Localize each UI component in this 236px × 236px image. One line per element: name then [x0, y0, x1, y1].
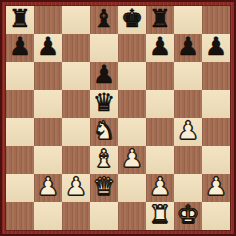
- square-b4[interactable]: [34, 118, 62, 146]
- black-pawn-icon: ♟: [149, 34, 171, 61]
- square-a2[interactable]: [6, 174, 34, 202]
- square-g1[interactable]: ♚: [174, 202, 202, 230]
- square-f6[interactable]: [146, 62, 174, 90]
- square-e7[interactable]: [118, 34, 146, 62]
- square-d7[interactable]: [90, 34, 118, 62]
- square-d1[interactable]: [90, 202, 118, 230]
- square-g3[interactable]: [174, 146, 202, 174]
- board-frame: ♜♝♚♜♟♟♟♟♟♟♛♞♟♝♟♟♟♛♟♟♜♚: [0, 0, 236, 236]
- square-h6[interactable]: [202, 62, 230, 90]
- square-b5[interactable]: [34, 90, 62, 118]
- square-d5[interactable]: ♛: [90, 90, 118, 118]
- black-king-icon: ♚: [121, 6, 143, 33]
- white-king-icon: ♚: [177, 202, 199, 229]
- square-f3[interactable]: [146, 146, 174, 174]
- white-pawn-icon: ♟: [149, 174, 171, 201]
- square-c7[interactable]: [62, 34, 90, 62]
- square-d8[interactable]: ♝: [90, 6, 118, 34]
- black-pawn-icon: ♟: [9, 34, 31, 61]
- white-knight-icon: ♞: [93, 118, 115, 145]
- square-h4[interactable]: [202, 118, 230, 146]
- square-h5[interactable]: [202, 90, 230, 118]
- square-f2[interactable]: ♟: [146, 174, 174, 202]
- square-f5[interactable]: [146, 90, 174, 118]
- square-g6[interactable]: [174, 62, 202, 90]
- white-pawn-icon: ♟: [177, 118, 199, 145]
- chess-board: ♜♝♚♜♟♟♟♟♟♟♛♞♟♝♟♟♟♛♟♟♜♚: [6, 6, 230, 230]
- white-pawn-icon: ♟: [205, 174, 227, 201]
- square-a3[interactable]: [6, 146, 34, 174]
- white-pawn-icon: ♟: [65, 174, 87, 201]
- square-a8[interactable]: ♜: [6, 6, 34, 34]
- square-h8[interactable]: [202, 6, 230, 34]
- square-d3[interactable]: ♝: [90, 146, 118, 174]
- black-bishop-icon: ♝: [93, 6, 115, 33]
- black-pawn-icon: ♟: [37, 34, 59, 61]
- black-pawn-icon: ♟: [93, 62, 115, 89]
- square-f8[interactable]: ♜: [146, 6, 174, 34]
- white-pawn-icon: ♟: [37, 174, 59, 201]
- square-a7[interactable]: ♟: [6, 34, 34, 62]
- white-queen-icon: ♛: [93, 174, 115, 201]
- square-f4[interactable]: [146, 118, 174, 146]
- square-h1[interactable]: [202, 202, 230, 230]
- square-g8[interactable]: [174, 6, 202, 34]
- square-b3[interactable]: [34, 146, 62, 174]
- square-h7[interactable]: ♟: [202, 34, 230, 62]
- white-rook-icon: ♜: [149, 202, 171, 229]
- black-rook-icon: ♜: [149, 6, 171, 33]
- square-h2[interactable]: ♟: [202, 174, 230, 202]
- square-b6[interactable]: [34, 62, 62, 90]
- white-bishop-icon: ♝: [93, 146, 115, 173]
- square-g5[interactable]: [174, 90, 202, 118]
- square-b8[interactable]: [34, 6, 62, 34]
- square-a5[interactable]: [6, 90, 34, 118]
- square-g7[interactable]: ♟: [174, 34, 202, 62]
- square-c1[interactable]: [62, 202, 90, 230]
- square-d6[interactable]: ♟: [90, 62, 118, 90]
- square-e4[interactable]: [118, 118, 146, 146]
- square-f1[interactable]: ♜: [146, 202, 174, 230]
- square-c2[interactable]: ♟: [62, 174, 90, 202]
- square-c6[interactable]: [62, 62, 90, 90]
- square-f7[interactable]: ♟: [146, 34, 174, 62]
- square-e5[interactable]: [118, 90, 146, 118]
- square-c4[interactable]: [62, 118, 90, 146]
- black-pawn-icon: ♟: [177, 34, 199, 61]
- square-b2[interactable]: ♟: [34, 174, 62, 202]
- square-e6[interactable]: [118, 62, 146, 90]
- black-rook-icon: ♜: [9, 6, 31, 33]
- square-b1[interactable]: [34, 202, 62, 230]
- square-c5[interactable]: [62, 90, 90, 118]
- square-g4[interactable]: ♟: [174, 118, 202, 146]
- square-c3[interactable]: [62, 146, 90, 174]
- black-queen-icon: ♛: [93, 90, 115, 117]
- square-g2[interactable]: [174, 174, 202, 202]
- square-e8[interactable]: ♚: [118, 6, 146, 34]
- white-pawn-icon: ♟: [121, 146, 143, 173]
- square-e1[interactable]: [118, 202, 146, 230]
- square-a6[interactable]: [6, 62, 34, 90]
- square-e2[interactable]: [118, 174, 146, 202]
- square-a4[interactable]: [6, 118, 34, 146]
- square-a1[interactable]: [6, 202, 34, 230]
- square-d4[interactable]: ♞: [90, 118, 118, 146]
- square-e3[interactable]: ♟: [118, 146, 146, 174]
- square-h3[interactable]: [202, 146, 230, 174]
- square-b7[interactable]: ♟: [34, 34, 62, 62]
- square-c8[interactable]: [62, 6, 90, 34]
- black-pawn-icon: ♟: [205, 34, 227, 61]
- square-d2[interactable]: ♛: [90, 174, 118, 202]
